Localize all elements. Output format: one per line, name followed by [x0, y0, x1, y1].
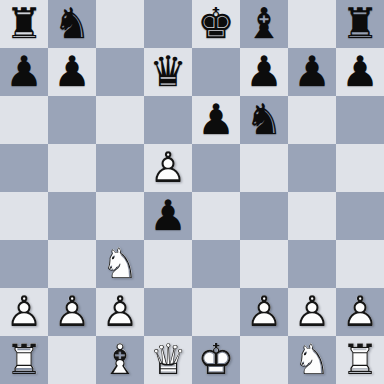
square-a1[interactable]: ♜♖: [0, 336, 48, 384]
square-a4[interactable]: [0, 192, 48, 240]
white-queen[interactable]: ♛♕: [144, 336, 192, 384]
white-rook[interactable]: ♜♖: [0, 336, 48, 384]
square-a5[interactable]: [0, 144, 48, 192]
white-rook-outline: ♖: [0, 336, 48, 384]
square-c8[interactable]: [96, 0, 144, 48]
square-c2[interactable]: ♟♙: [96, 288, 144, 336]
square-g2[interactable]: ♟♙: [288, 288, 336, 336]
square-e6[interactable]: ♟: [192, 96, 240, 144]
square-c1[interactable]: ♝♗: [96, 336, 144, 384]
square-f4[interactable]: [240, 192, 288, 240]
white-pawn-outline: ♙: [288, 288, 336, 336]
white-pawn-outline: ♙: [144, 144, 192, 192]
square-c5[interactable]: [96, 144, 144, 192]
black-pawn[interactable]: ♟: [0, 48, 48, 96]
square-a8[interactable]: ♜: [0, 0, 48, 48]
square-a3[interactable]: [0, 240, 48, 288]
square-g7[interactable]: ♟: [288, 48, 336, 96]
square-b1[interactable]: [48, 336, 96, 384]
black-pawn-glyph: ♟: [336, 48, 384, 96]
white-rook[interactable]: ♜♖: [336, 336, 384, 384]
square-b8[interactable]: ♞: [48, 0, 96, 48]
square-f2[interactable]: ♟♙: [240, 288, 288, 336]
black-rook[interactable]: ♜: [336, 0, 384, 48]
square-a2[interactable]: ♟♙: [0, 288, 48, 336]
square-d8[interactable]: [144, 0, 192, 48]
black-knight[interactable]: ♞: [240, 96, 288, 144]
square-d5[interactable]: ♟♙: [144, 144, 192, 192]
square-e4[interactable]: [192, 192, 240, 240]
black-pawn-glyph: ♟: [144, 192, 192, 240]
black-bishop-glyph: ♝: [240, 0, 288, 48]
square-d6[interactable]: [144, 96, 192, 144]
square-d4[interactable]: ♟: [144, 192, 192, 240]
black-rook[interactable]: ♜: [0, 0, 48, 48]
black-knight-glyph: ♞: [240, 96, 288, 144]
white-pawn[interactable]: ♟♙: [0, 288, 48, 336]
square-d1[interactable]: ♛♕: [144, 336, 192, 384]
square-d7[interactable]: ♛: [144, 48, 192, 96]
black-king-glyph: ♚: [192, 0, 240, 48]
white-king[interactable]: ♚♔: [192, 336, 240, 384]
white-pawn[interactable]: ♟♙: [336, 288, 384, 336]
white-knight[interactable]: ♞♘: [96, 240, 144, 288]
black-knight-glyph: ♞: [48, 0, 96, 48]
square-b7[interactable]: ♟: [48, 48, 96, 96]
square-e3[interactable]: [192, 240, 240, 288]
white-knight[interactable]: ♞♘: [288, 336, 336, 384]
square-c3[interactable]: ♞♘: [96, 240, 144, 288]
white-pawn-outline: ♙: [96, 288, 144, 336]
square-g6[interactable]: [288, 96, 336, 144]
square-f8[interactable]: ♝: [240, 0, 288, 48]
square-h7[interactable]: ♟: [336, 48, 384, 96]
white-pawn[interactable]: ♟♙: [288, 288, 336, 336]
square-g5[interactable]: [288, 144, 336, 192]
black-rook-glyph: ♜: [0, 0, 48, 48]
square-g4[interactable]: [288, 192, 336, 240]
black-bishop[interactable]: ♝: [240, 0, 288, 48]
square-h3[interactable]: [336, 240, 384, 288]
black-king[interactable]: ♚: [192, 0, 240, 48]
white-queen-outline: ♕: [144, 336, 192, 384]
square-e8[interactable]: ♚: [192, 0, 240, 48]
square-d3[interactable]: [144, 240, 192, 288]
square-b3[interactable]: [48, 240, 96, 288]
white-pawn[interactable]: ♟♙: [96, 288, 144, 336]
black-queen[interactable]: ♛: [144, 48, 192, 96]
black-pawn-glyph: ♟: [48, 48, 96, 96]
black-pawn[interactable]: ♟: [336, 48, 384, 96]
black-pawn[interactable]: ♟: [240, 48, 288, 96]
square-a6[interactable]: [0, 96, 48, 144]
white-rook-outline: ♖: [336, 336, 384, 384]
square-f5[interactable]: [240, 144, 288, 192]
square-h4[interactable]: [336, 192, 384, 240]
square-f1[interactable]: [240, 336, 288, 384]
white-pawn-outline: ♙: [48, 288, 96, 336]
square-g3[interactable]: [288, 240, 336, 288]
square-b5[interactable]: [48, 144, 96, 192]
black-knight[interactable]: ♞: [48, 0, 96, 48]
black-pawn[interactable]: ♟: [48, 48, 96, 96]
white-pawn[interactable]: ♟♙: [48, 288, 96, 336]
square-f7[interactable]: ♟: [240, 48, 288, 96]
chess-board: ♜♞♚♝♜♟♟♛♟♟♟♟♞♟♙♟♞♘♟♙♟♙♟♙♟♙♟♙♟♙♜♖♝♗♛♕♚♔♞♘…: [0, 0, 384, 384]
square-e7[interactable]: [192, 48, 240, 96]
square-a7[interactable]: ♟: [0, 48, 48, 96]
square-c6[interactable]: [96, 96, 144, 144]
square-g1[interactable]: ♞♘: [288, 336, 336, 384]
black-pawn-glyph: ♟: [240, 48, 288, 96]
square-h2[interactable]: ♟♙: [336, 288, 384, 336]
white-pawn-outline: ♙: [0, 288, 48, 336]
white-pawn[interactable]: ♟♙: [144, 144, 192, 192]
black-pawn-glyph: ♟: [192, 96, 240, 144]
square-c7[interactable]: [96, 48, 144, 96]
black-rook-glyph: ♜: [336, 0, 384, 48]
square-h1[interactable]: ♜♖: [336, 336, 384, 384]
white-bishop[interactable]: ♝♗: [96, 336, 144, 384]
square-b4[interactable]: [48, 192, 96, 240]
black-pawn[interactable]: ♟: [144, 192, 192, 240]
square-g8[interactable]: [288, 0, 336, 48]
black-queen-glyph: ♛: [144, 48, 192, 96]
square-f6[interactable]: ♞: [240, 96, 288, 144]
black-pawn[interactable]: ♟: [288, 48, 336, 96]
square-e1[interactable]: ♚♔: [192, 336, 240, 384]
square-h6[interactable]: [336, 96, 384, 144]
white-pawn-outline: ♙: [240, 288, 288, 336]
square-h5[interactable]: [336, 144, 384, 192]
square-b2[interactable]: ♟♙: [48, 288, 96, 336]
white-bishop-outline: ♗: [96, 336, 144, 384]
black-pawn[interactable]: ♟: [192, 96, 240, 144]
square-c4[interactable]: [96, 192, 144, 240]
square-b6[interactable]: [48, 96, 96, 144]
black-pawn-glyph: ♟: [0, 48, 48, 96]
square-e5[interactable]: [192, 144, 240, 192]
square-f3[interactable]: [240, 240, 288, 288]
white-knight-outline: ♘: [96, 240, 144, 288]
square-d2[interactable]: [144, 288, 192, 336]
black-pawn-glyph: ♟: [288, 48, 336, 96]
white-pawn-outline: ♙: [336, 288, 384, 336]
square-h8[interactable]: ♜: [336, 0, 384, 48]
white-pawn[interactable]: ♟♙: [240, 288, 288, 336]
white-knight-outline: ♘: [288, 336, 336, 384]
square-e2[interactable]: [192, 288, 240, 336]
white-king-outline: ♔: [192, 336, 240, 384]
